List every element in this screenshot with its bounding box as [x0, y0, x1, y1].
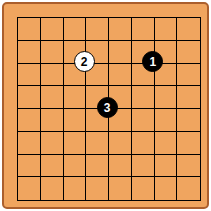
go-board-frame: 123 — [2, 2, 209, 209]
board-cell — [109, 41, 132, 64]
board-cell — [177, 155, 200, 178]
board-cell — [132, 177, 155, 200]
board-cell — [155, 18, 178, 41]
board-cell — [132, 155, 155, 178]
board-cell — [18, 132, 41, 155]
board-cell — [41, 41, 64, 64]
board-cell — [109, 132, 132, 155]
board-cell — [41, 132, 64, 155]
board-cell — [64, 109, 87, 132]
board-cell — [18, 18, 41, 41]
board-cell — [64, 86, 87, 109]
board-cell — [132, 109, 155, 132]
board-cell — [177, 109, 200, 132]
board-cell — [177, 132, 200, 155]
board-cell — [86, 177, 109, 200]
board-cell — [18, 177, 41, 200]
move-number-label: 3 — [104, 101, 111, 115]
board-cell — [64, 18, 87, 41]
board-cell — [18, 155, 41, 178]
move-number-label: 1 — [149, 55, 156, 69]
board-cell — [109, 155, 132, 178]
board-cell — [64, 177, 87, 200]
board-cell — [155, 177, 178, 200]
board-cell — [132, 132, 155, 155]
board-cell — [155, 155, 178, 178]
board-cell — [155, 109, 178, 132]
board-cell — [86, 18, 109, 41]
board-cell — [41, 86, 64, 109]
board-cell — [41, 18, 64, 41]
board-cell — [18, 41, 41, 64]
board-cell — [132, 86, 155, 109]
stone-white-2: 2 — [74, 51, 95, 72]
board-cell — [155, 132, 178, 155]
board-cell — [18, 64, 41, 87]
board-cell — [18, 109, 41, 132]
board-cell — [86, 132, 109, 155]
board-cell — [177, 18, 200, 41]
board-cell — [109, 64, 132, 87]
board-cell — [109, 18, 132, 41]
stone-black-3: 3 — [97, 97, 118, 118]
board-cell — [109, 177, 132, 200]
board-cell — [64, 155, 87, 178]
board-cell — [64, 132, 87, 155]
board-cell — [41, 109, 64, 132]
stone-black-1: 1 — [142, 51, 163, 72]
board-cell — [177, 64, 200, 87]
board-cell — [155, 86, 178, 109]
board-cell — [177, 86, 200, 109]
go-diagram: 123 — [0, 0, 211, 211]
board-cell — [41, 177, 64, 200]
board-cell — [177, 177, 200, 200]
board-cell — [41, 64, 64, 87]
board-cell — [177, 41, 200, 64]
move-number-label: 2 — [81, 55, 88, 69]
board-cell — [41, 155, 64, 178]
board-cell — [132, 18, 155, 41]
board-cell — [86, 155, 109, 178]
board-cell — [18, 86, 41, 109]
